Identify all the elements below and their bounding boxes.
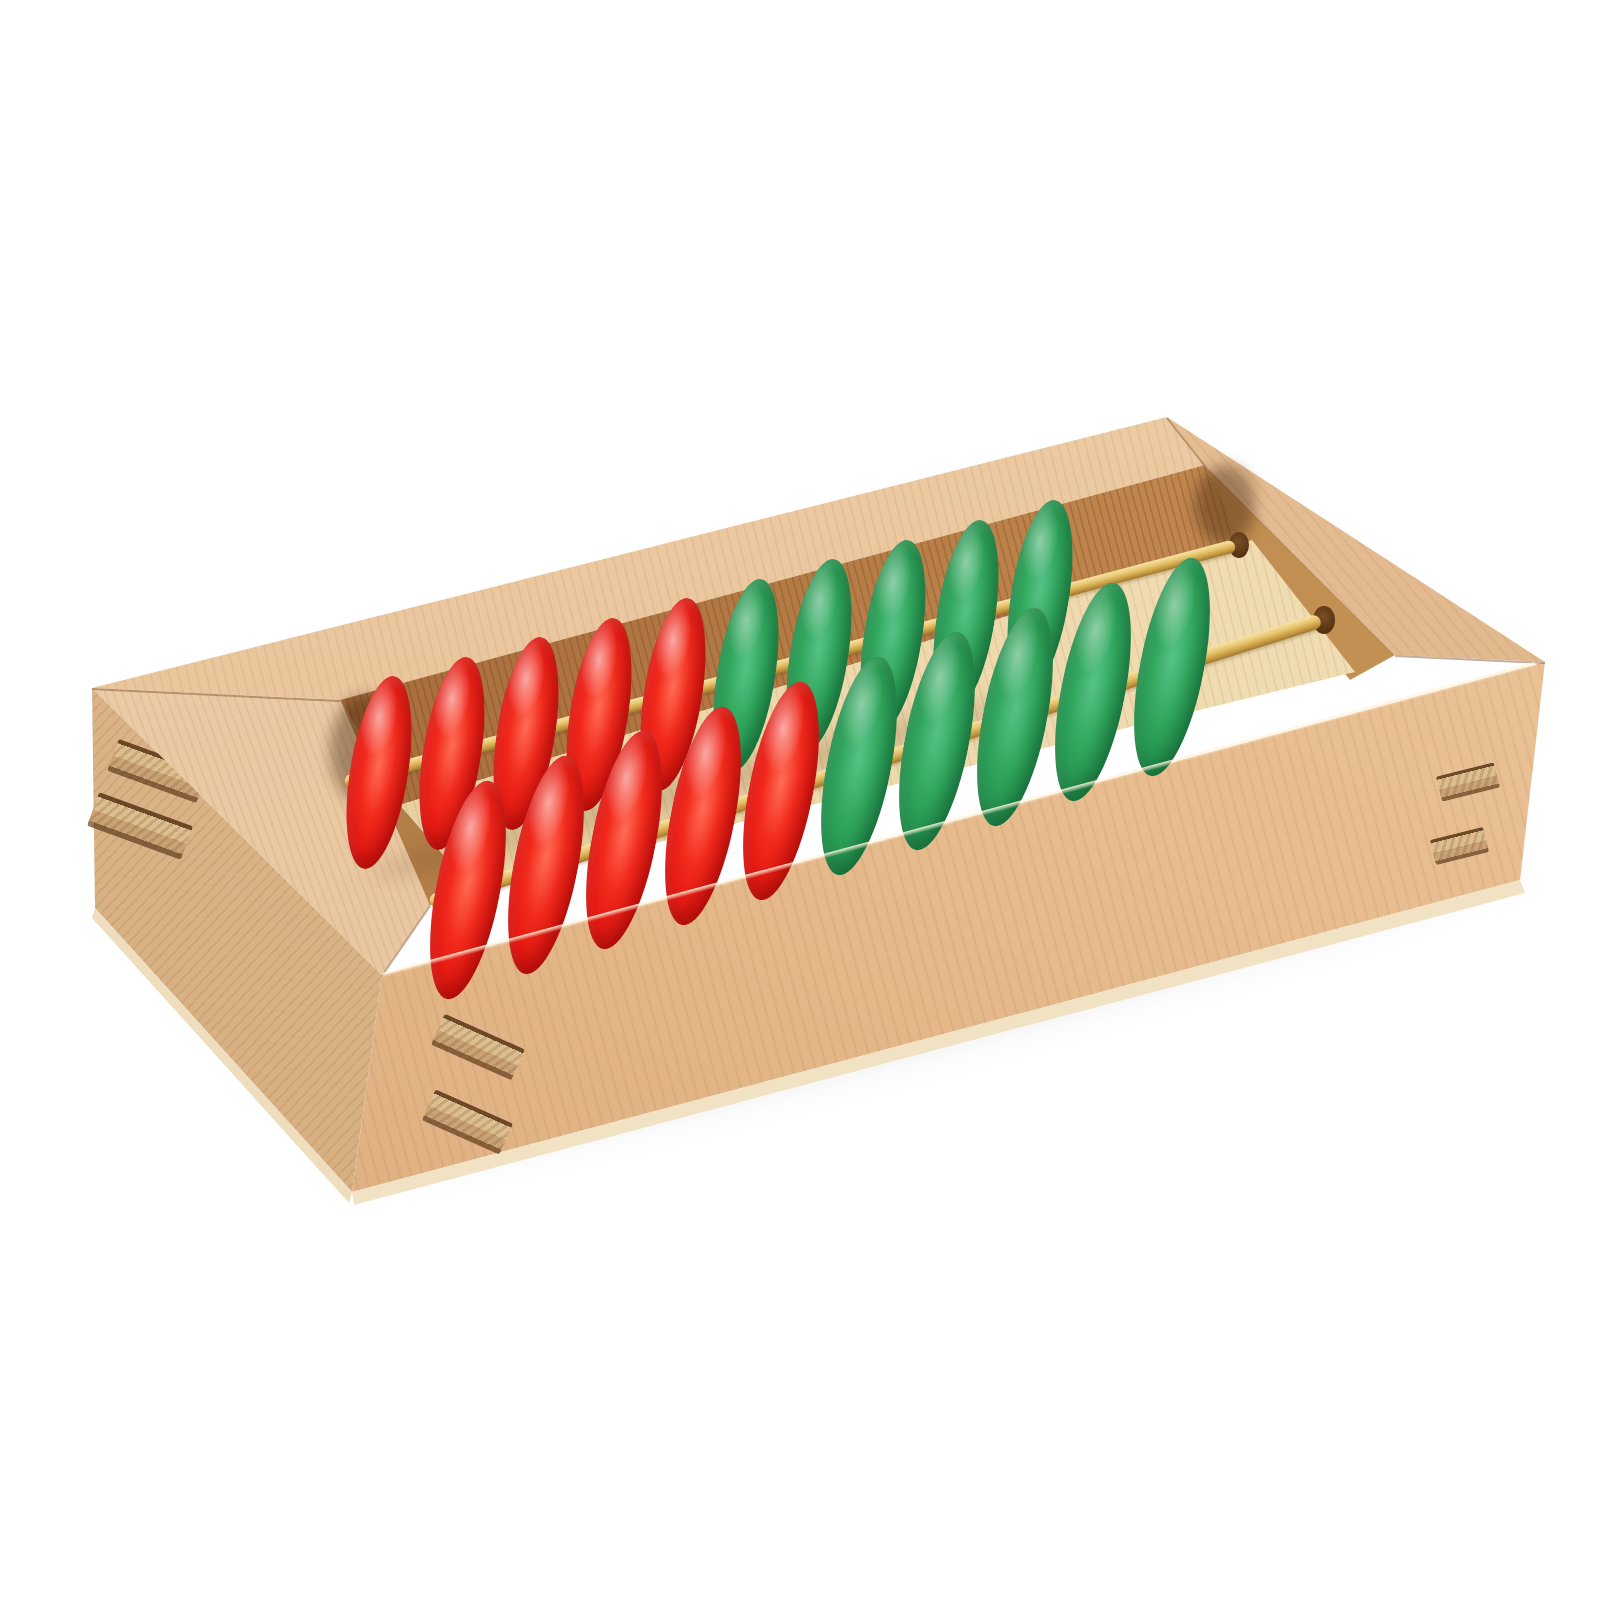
cavity-corner-shadow-right: [1195, 465, 1255, 545]
photo-scene: [0, 0, 1600, 1600]
